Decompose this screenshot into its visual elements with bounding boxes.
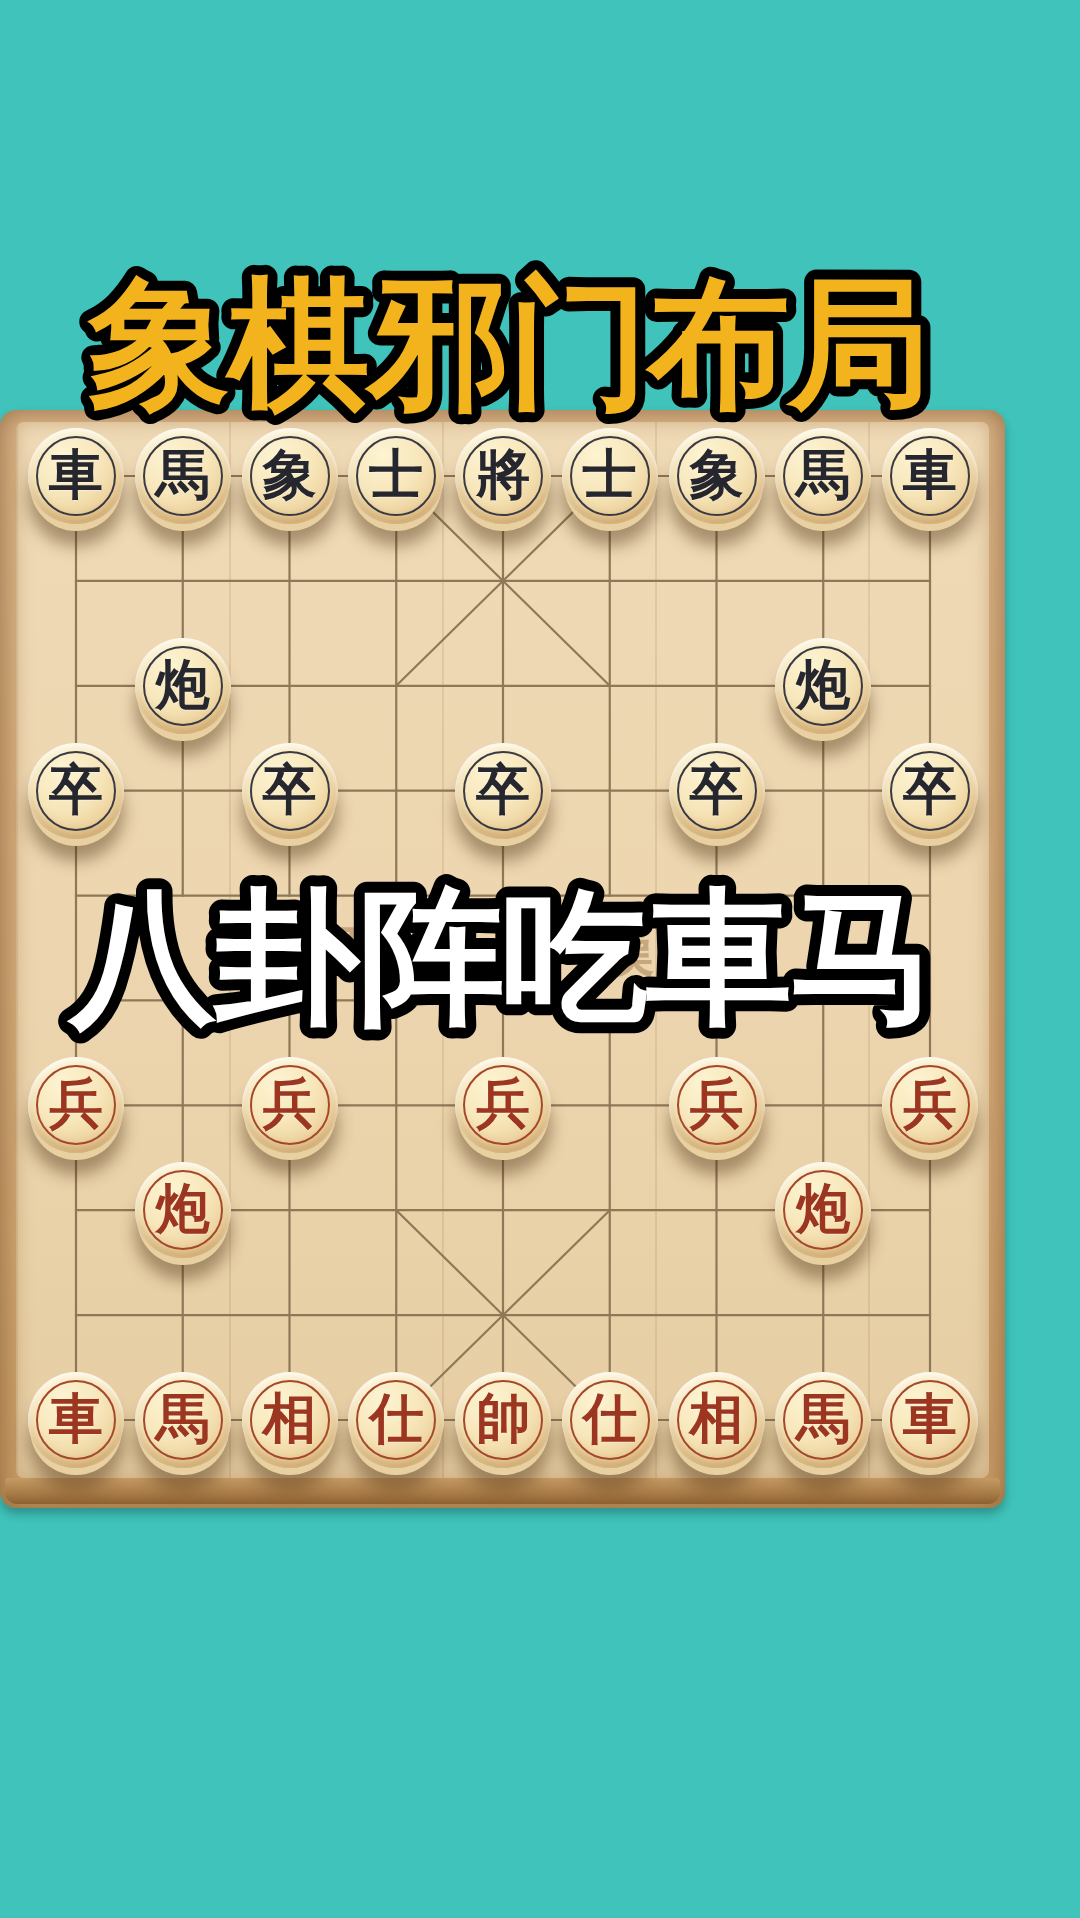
piece-ring: 炮 xyxy=(143,646,223,726)
piece-ring: 卒 xyxy=(463,751,543,831)
piece-ring: 相 xyxy=(677,1380,757,1460)
piece-glyph: 象 xyxy=(263,448,317,502)
piece-red-cannon[interactable]: 炮 xyxy=(775,1162,871,1258)
piece-glyph: 卒 xyxy=(49,763,103,817)
piece-black-horse[interactable]: 馬 xyxy=(135,428,231,524)
piece-ring: 馬 xyxy=(143,1380,223,1460)
piece-glyph: 士 xyxy=(369,448,423,502)
piece-red-elephant[interactable]: 相 xyxy=(669,1372,765,1468)
piece-ring: 兵 xyxy=(250,1065,330,1145)
piece-ring: 馬 xyxy=(783,1380,863,1460)
piece-black-soldier[interactable]: 卒 xyxy=(882,743,978,839)
piece-glyph: 兵 xyxy=(49,1077,103,1131)
piece-glyph: 仕 xyxy=(369,1392,423,1446)
piece-glyph: 馬 xyxy=(796,1392,850,1446)
piece-red-chariot[interactable]: 車 xyxy=(28,1372,124,1468)
piece-glyph: 馬 xyxy=(156,448,210,502)
piece-ring: 兵 xyxy=(677,1065,757,1145)
piece-ring: 象 xyxy=(250,436,330,516)
board-field xyxy=(16,422,989,1478)
piece-ring: 馬 xyxy=(783,436,863,516)
piece-black-advisor[interactable]: 士 xyxy=(562,428,658,524)
piece-red-soldier[interactable]: 兵 xyxy=(28,1057,124,1153)
piece-red-soldier[interactable]: 兵 xyxy=(882,1057,978,1153)
piece-red-general[interactable]: 帥 xyxy=(455,1372,551,1468)
piece-glyph: 炮 xyxy=(156,1182,210,1236)
piece-black-advisor[interactable]: 士 xyxy=(348,428,444,524)
piece-glyph: 將 xyxy=(476,448,530,502)
piece-black-elephant[interactable]: 象 xyxy=(242,428,338,524)
piece-glyph: 卒 xyxy=(690,763,744,817)
piece-ring: 仕 xyxy=(356,1380,436,1460)
piece-glyph: 車 xyxy=(49,448,103,502)
piece-glyph: 相 xyxy=(263,1392,317,1446)
piece-ring: 相 xyxy=(250,1380,330,1460)
piece-glyph: 象 xyxy=(690,448,744,502)
piece-ring: 車 xyxy=(890,1380,970,1460)
piece-glyph: 炮 xyxy=(796,658,850,712)
piece-black-general[interactable]: 將 xyxy=(455,428,551,524)
piece-ring: 炮 xyxy=(783,1170,863,1250)
piece-red-soldier[interactable]: 兵 xyxy=(242,1057,338,1153)
piece-ring: 兵 xyxy=(463,1065,543,1145)
piece-red-chariot[interactable]: 車 xyxy=(882,1372,978,1468)
piece-ring: 車 xyxy=(36,1380,116,1460)
piece-red-advisor[interactable]: 仕 xyxy=(562,1372,658,1468)
piece-glyph: 馬 xyxy=(796,448,850,502)
piece-ring: 兵 xyxy=(36,1065,116,1145)
piece-black-soldier[interactable]: 卒 xyxy=(455,743,551,839)
piece-red-horse[interactable]: 馬 xyxy=(775,1372,871,1468)
piece-ring: 仕 xyxy=(570,1380,650,1460)
piece-red-horse[interactable]: 馬 xyxy=(135,1372,231,1468)
piece-ring: 車 xyxy=(890,436,970,516)
piece-glyph: 兵 xyxy=(263,1077,317,1131)
piece-black-chariot[interactable]: 車 xyxy=(882,428,978,524)
page-title: 象棋邪门布局 xyxy=(87,261,928,426)
piece-black-chariot[interactable]: 車 xyxy=(28,428,124,524)
piece-red-advisor[interactable]: 仕 xyxy=(348,1372,444,1468)
piece-black-elephant[interactable]: 象 xyxy=(669,428,765,524)
piece-glyph: 車 xyxy=(903,1392,957,1446)
xiangqi-board[interactable]: 楚河 漢界 車馬象士將士象馬車炮炮卒卒卒卒卒兵兵兵兵兵炮炮車馬相仕帥仕相馬車 xyxy=(0,410,1005,1508)
piece-glyph: 卒 xyxy=(903,763,957,817)
piece-red-soldier[interactable]: 兵 xyxy=(455,1057,551,1153)
piece-ring: 車 xyxy=(36,436,116,516)
piece-ring: 馬 xyxy=(143,436,223,516)
piece-ring: 炮 xyxy=(783,646,863,726)
piece-red-soldier[interactable]: 兵 xyxy=(669,1057,765,1153)
piece-black-soldier[interactable]: 卒 xyxy=(242,743,338,839)
board-bevel xyxy=(5,1478,1000,1504)
piece-red-elephant[interactable]: 相 xyxy=(242,1372,338,1468)
piece-ring: 卒 xyxy=(36,751,116,831)
piece-glyph: 卒 xyxy=(476,763,530,817)
piece-glyph: 帥 xyxy=(476,1392,530,1446)
piece-glyph: 卒 xyxy=(263,763,317,817)
piece-black-soldier[interactable]: 卒 xyxy=(669,743,765,839)
piece-black-cannon[interactable]: 炮 xyxy=(775,638,871,734)
piece-glyph: 仕 xyxy=(583,1392,637,1446)
screen: 楚河 漢界 車馬象士將士象馬車炮炮卒卒卒卒卒兵兵兵兵兵炮炮車馬相仕帥仕相馬車 象… xyxy=(0,0,1080,1918)
piece-ring: 卒 xyxy=(890,751,970,831)
piece-glyph: 車 xyxy=(903,448,957,502)
piece-glyph: 車 xyxy=(49,1392,103,1446)
piece-ring: 士 xyxy=(570,436,650,516)
piece-ring: 將 xyxy=(463,436,543,516)
piece-glyph: 相 xyxy=(690,1392,744,1446)
piece-ring: 卒 xyxy=(250,751,330,831)
piece-ring: 炮 xyxy=(143,1170,223,1250)
piece-red-cannon[interactable]: 炮 xyxy=(135,1162,231,1258)
piece-glyph: 兵 xyxy=(903,1077,957,1131)
piece-ring: 兵 xyxy=(890,1065,970,1145)
piece-black-horse[interactable]: 馬 xyxy=(775,428,871,524)
piece-ring: 象 xyxy=(677,436,757,516)
piece-black-soldier[interactable]: 卒 xyxy=(28,743,124,839)
piece-ring: 士 xyxy=(356,436,436,516)
piece-glyph: 兵 xyxy=(476,1077,530,1131)
piece-black-cannon[interactable]: 炮 xyxy=(135,638,231,734)
piece-glyph: 兵 xyxy=(690,1077,744,1131)
piece-ring: 卒 xyxy=(677,751,757,831)
piece-glyph: 炮 xyxy=(156,658,210,712)
piece-glyph: 士 xyxy=(583,448,637,502)
piece-glyph: 炮 xyxy=(796,1182,850,1236)
piece-glyph: 馬 xyxy=(156,1392,210,1446)
piece-ring: 帥 xyxy=(463,1380,543,1460)
